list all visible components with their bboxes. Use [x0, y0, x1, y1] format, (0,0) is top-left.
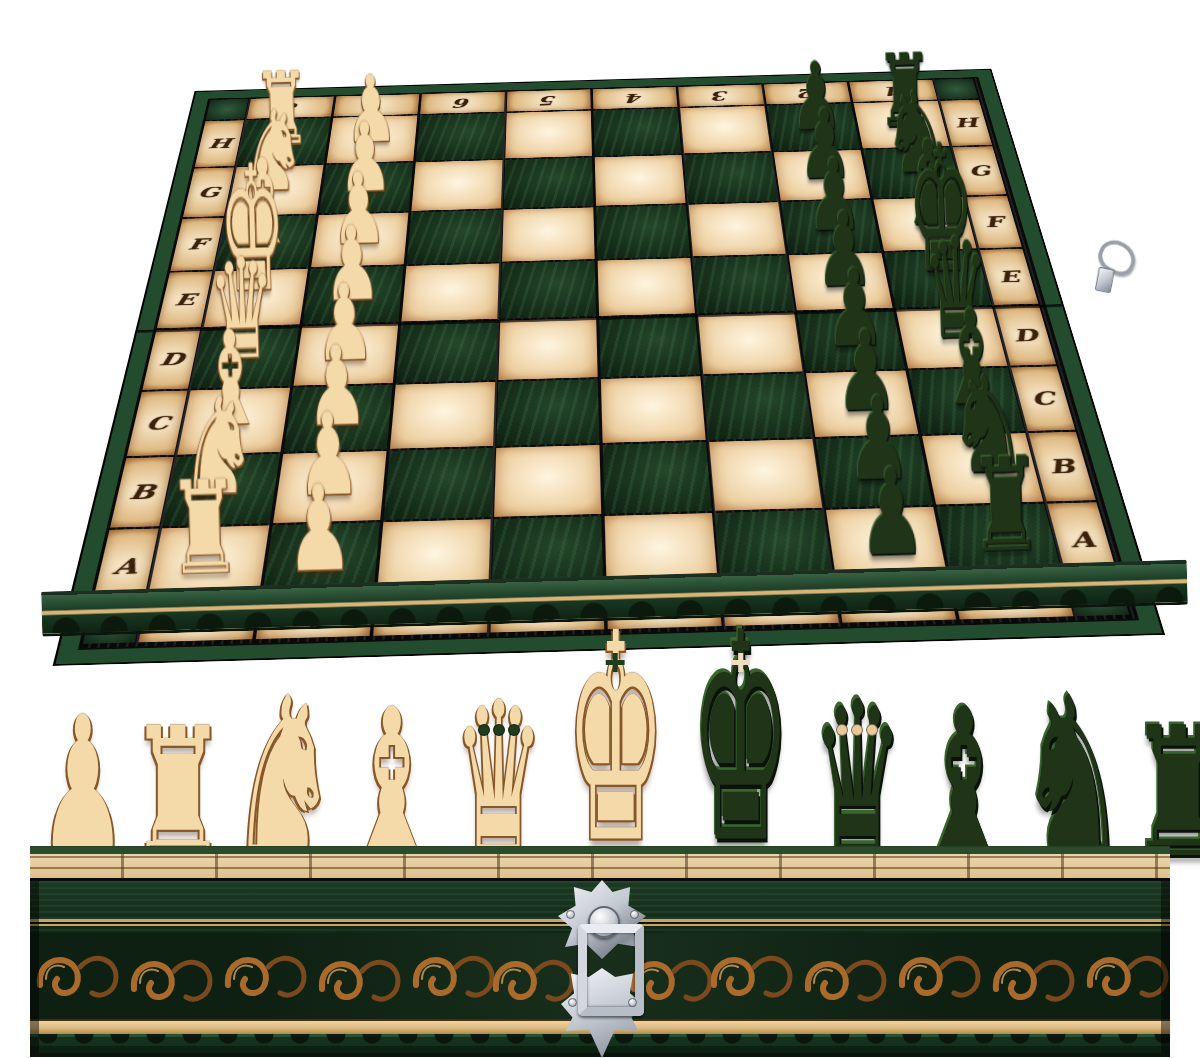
green-queen-crown-balls — [836, 724, 878, 736]
coord-top-4: 4 — [593, 87, 678, 109]
square-c5[interactable] — [496, 379, 599, 446]
square-g8[interactable] — [227, 165, 324, 216]
closed-box-view: ♟♜♞♝♛♚✚♚✚♛♝♞♜♟ — [0, 640, 1200, 1058]
square-c3[interactable] — [703, 373, 812, 440]
square-e4[interactable] — [598, 258, 695, 316]
white-king-cross-finial: ✚ — [604, 650, 626, 676]
white-rook-a8[interactable]: ♜ — [150, 461, 259, 592]
square-d3[interactable] — [698, 312, 802, 374]
coord-top-5: 5 — [507, 89, 591, 111]
square-f4[interactable] — [596, 205, 690, 259]
square-h8[interactable] — [237, 118, 331, 166]
clasp-screw — [630, 910, 639, 919]
square-g5[interactable] — [504, 157, 594, 208]
coord-top-6: 6 — [420, 92, 505, 114]
square-h4[interactable] — [593, 108, 681, 156]
square-b5[interactable] — [494, 445, 601, 517]
square-h6[interactable] — [416, 113, 504, 161]
square-d4[interactable] — [599, 315, 700, 377]
coord-top-7: 7 — [333, 94, 419, 116]
box-left-edge — [30, 881, 39, 1053]
green-pawn-a2[interactable]: ♟ — [834, 452, 948, 574]
box-right-edge — [1161, 881, 1170, 1053]
square-h2[interactable] — [767, 103, 860, 151]
green-rook-a1[interactable]: ♜ — [951, 439, 1060, 570]
clasp-screw — [566, 910, 575, 919]
white-king-glyph: ♚ — [565, 597, 665, 884]
board-corner — [206, 99, 249, 120]
square-e3[interactable] — [693, 255, 794, 313]
square-d5[interactable] — [498, 318, 597, 380]
white-queen-crown-balls — [478, 724, 520, 736]
square-h1[interactable] — [854, 101, 950, 149]
square-g1[interactable] — [863, 147, 962, 198]
square-e6[interactable] — [401, 263, 499, 321]
green-king-glyph: ♚ — [691, 597, 791, 884]
square-b4[interactable] — [603, 442, 712, 514]
square-b6[interactable] — [384, 448, 493, 520]
square-b3[interactable] — [709, 439, 822, 511]
board-corner — [935, 79, 979, 100]
piece-lineup: ♟♜♞♝♛♚✚♚✚♛♝♞♜♟ — [38, 640, 1162, 878]
square-f5[interactable] — [502, 207, 595, 261]
lineup-white-king[interactable]: ♚✚ — [553, 658, 679, 878]
clasp-screw — [628, 998, 637, 1007]
square-g7[interactable] — [319, 162, 413, 213]
white-pawn-a7[interactable]: ♟ — [262, 468, 376, 590]
square-h7[interactable] — [327, 115, 418, 163]
square-h5[interactable] — [505, 111, 592, 159]
coord-top-8: 8 — [247, 96, 334, 118]
square-f6[interactable] — [407, 210, 501, 264]
latch-plate — [1095, 267, 1115, 293]
box-clasp[interactable] — [552, 880, 652, 1058]
square-c6[interactable] — [390, 382, 495, 449]
clasp-screw — [568, 998, 577, 1007]
square-g2[interactable] — [774, 150, 871, 201]
square-g3[interactable] — [684, 152, 778, 203]
square-h3[interactable] — [680, 106, 771, 154]
lineup-green-king[interactable]: ♚✚ — [678, 658, 804, 878]
coord-top-3: 3 — [678, 85, 764, 107]
square-c4[interactable] — [601, 376, 706, 443]
square-g4[interactable] — [595, 155, 686, 206]
square-g6[interactable] — [411, 160, 502, 211]
board-edge-latch[interactable] — [1096, 237, 1142, 300]
square-f3[interactable] — [689, 202, 786, 256]
square-e5[interactable] — [500, 261, 596, 319]
green-king-cross-finial: ✚ — [730, 650, 752, 676]
square-f2[interactable] — [781, 200, 881, 254]
box-lid-board-edge — [30, 846, 1170, 879]
coord-top-2: 2 — [764, 82, 851, 104]
coord-top-1: 1 — [849, 80, 937, 102]
square-f7[interactable] — [311, 213, 408, 267]
square-d6[interactable] — [396, 321, 497, 383]
